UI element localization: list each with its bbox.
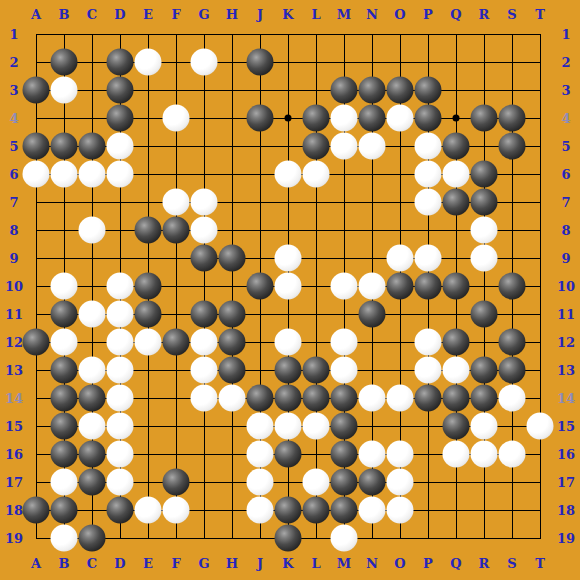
stone-black-C16 bbox=[79, 441, 106, 468]
stone-black-B11 bbox=[51, 301, 78, 328]
stone-white-D5 bbox=[107, 133, 134, 160]
stone-black-K19 bbox=[275, 525, 302, 552]
stone-white-K6 bbox=[275, 161, 302, 188]
stone-white-C8 bbox=[79, 217, 106, 244]
stone-white-R8 bbox=[471, 217, 498, 244]
stone-white-L17 bbox=[303, 469, 330, 496]
stone-black-C5 bbox=[79, 133, 106, 160]
stone-white-R16 bbox=[471, 441, 498, 468]
stone-white-E12 bbox=[135, 329, 162, 356]
stone-black-Q12 bbox=[443, 329, 470, 356]
stone-black-E10 bbox=[135, 273, 162, 300]
stone-black-Q7 bbox=[443, 189, 470, 216]
stone-white-F18 bbox=[163, 497, 190, 524]
stone-white-E2 bbox=[135, 49, 162, 76]
stone-black-B14 bbox=[51, 385, 78, 412]
stone-white-J15 bbox=[247, 413, 274, 440]
stone-white-O9 bbox=[387, 245, 414, 272]
stone-black-N3 bbox=[359, 77, 386, 104]
stone-black-S13 bbox=[499, 357, 526, 384]
stone-black-A18 bbox=[23, 497, 50, 524]
stone-white-F7 bbox=[163, 189, 190, 216]
stone-black-O10 bbox=[387, 273, 414, 300]
stone-black-M17 bbox=[331, 469, 358, 496]
stone-white-G2 bbox=[191, 49, 218, 76]
stone-black-N11 bbox=[359, 301, 386, 328]
stones-layer bbox=[0, 0, 580, 580]
stone-black-B5 bbox=[51, 133, 78, 160]
stone-black-J4 bbox=[247, 105, 274, 132]
stone-white-L15 bbox=[303, 413, 330, 440]
stone-black-B13 bbox=[51, 357, 78, 384]
stone-white-D11 bbox=[107, 301, 134, 328]
stone-white-D15 bbox=[107, 413, 134, 440]
stone-white-D12 bbox=[107, 329, 134, 356]
stone-white-M5 bbox=[331, 133, 358, 160]
stone-white-D13 bbox=[107, 357, 134, 384]
stone-black-N17 bbox=[359, 469, 386, 496]
stone-white-G7 bbox=[191, 189, 218, 216]
stone-black-Q15 bbox=[443, 413, 470, 440]
stone-black-A3 bbox=[23, 77, 50, 104]
stone-white-G8 bbox=[191, 217, 218, 244]
stone-black-M18 bbox=[331, 497, 358, 524]
stone-white-M13 bbox=[331, 357, 358, 384]
stone-white-D16 bbox=[107, 441, 134, 468]
stone-white-S14 bbox=[499, 385, 526, 412]
stone-white-N18 bbox=[359, 497, 386, 524]
stone-black-J14 bbox=[247, 385, 274, 412]
stone-white-K9 bbox=[275, 245, 302, 272]
stone-black-F12 bbox=[163, 329, 190, 356]
stone-white-K10 bbox=[275, 273, 302, 300]
stone-black-G9 bbox=[191, 245, 218, 272]
stone-white-D14 bbox=[107, 385, 134, 412]
stone-black-P10 bbox=[415, 273, 442, 300]
stone-black-R4 bbox=[471, 105, 498, 132]
stone-white-K12 bbox=[275, 329, 302, 356]
stone-black-S12 bbox=[499, 329, 526, 356]
stone-black-K16 bbox=[275, 441, 302, 468]
stone-white-L6 bbox=[303, 161, 330, 188]
stone-black-N4 bbox=[359, 105, 386, 132]
stone-black-P4 bbox=[415, 105, 442, 132]
stone-white-E18 bbox=[135, 497, 162, 524]
stone-white-A6 bbox=[23, 161, 50, 188]
stone-black-L14 bbox=[303, 385, 330, 412]
stone-black-R6 bbox=[471, 161, 498, 188]
stone-white-R9 bbox=[471, 245, 498, 272]
stone-white-K15 bbox=[275, 413, 302, 440]
stone-black-P3 bbox=[415, 77, 442, 104]
stone-black-R13 bbox=[471, 357, 498, 384]
stone-white-O17 bbox=[387, 469, 414, 496]
stone-black-L5 bbox=[303, 133, 330, 160]
stone-black-H9 bbox=[219, 245, 246, 272]
stone-black-F8 bbox=[163, 217, 190, 244]
stone-black-J2 bbox=[247, 49, 274, 76]
stone-white-D17 bbox=[107, 469, 134, 496]
stone-white-B19 bbox=[51, 525, 78, 552]
stone-white-B10 bbox=[51, 273, 78, 300]
stone-white-O18 bbox=[387, 497, 414, 524]
stone-black-C17 bbox=[79, 469, 106, 496]
stone-black-Q10 bbox=[443, 273, 470, 300]
stone-black-H12 bbox=[219, 329, 246, 356]
stone-black-H11 bbox=[219, 301, 246, 328]
stone-black-R7 bbox=[471, 189, 498, 216]
stone-white-G14 bbox=[191, 385, 218, 412]
stone-white-N14 bbox=[359, 385, 386, 412]
stone-white-C13 bbox=[79, 357, 106, 384]
stone-white-C6 bbox=[79, 161, 106, 188]
stone-white-B17 bbox=[51, 469, 78, 496]
stone-black-A5 bbox=[23, 133, 50, 160]
stone-black-G11 bbox=[191, 301, 218, 328]
stone-black-M16 bbox=[331, 441, 358, 468]
stone-black-M3 bbox=[331, 77, 358, 104]
stone-black-Q14 bbox=[443, 385, 470, 412]
stone-white-B12 bbox=[51, 329, 78, 356]
stone-black-L4 bbox=[303, 105, 330, 132]
go-board[interactable]: AABBCCDDEEFFGGHHJJKKLLMMNNOOPPQQRRSSTT11… bbox=[0, 0, 580, 580]
stone-black-M15 bbox=[331, 413, 358, 440]
stone-black-F17 bbox=[163, 469, 190, 496]
stone-white-P7 bbox=[415, 189, 442, 216]
stone-black-E8 bbox=[135, 217, 162, 244]
stone-white-T15 bbox=[527, 413, 554, 440]
stone-black-O3 bbox=[387, 77, 414, 104]
stone-white-M10 bbox=[331, 273, 358, 300]
stone-white-O16 bbox=[387, 441, 414, 468]
stone-white-N5 bbox=[359, 133, 386, 160]
stone-white-G12 bbox=[191, 329, 218, 356]
stone-black-S10 bbox=[499, 273, 526, 300]
stone-black-A12 bbox=[23, 329, 50, 356]
stone-white-P12 bbox=[415, 329, 442, 356]
stone-white-N10 bbox=[359, 273, 386, 300]
stone-white-P13 bbox=[415, 357, 442, 384]
stone-black-K13 bbox=[275, 357, 302, 384]
stone-black-H13 bbox=[219, 357, 246, 384]
stone-black-S4 bbox=[499, 105, 526, 132]
stone-black-B15 bbox=[51, 413, 78, 440]
stone-black-P14 bbox=[415, 385, 442, 412]
stone-black-D18 bbox=[107, 497, 134, 524]
stone-white-G13 bbox=[191, 357, 218, 384]
stone-white-B6 bbox=[51, 161, 78, 188]
stone-white-Q6 bbox=[443, 161, 470, 188]
stone-black-Q5 bbox=[443, 133, 470, 160]
stone-white-O14 bbox=[387, 385, 414, 412]
stone-black-S5 bbox=[499, 133, 526, 160]
stone-white-J18 bbox=[247, 497, 274, 524]
stone-white-J17 bbox=[247, 469, 274, 496]
stone-white-M12 bbox=[331, 329, 358, 356]
stone-white-D10 bbox=[107, 273, 134, 300]
stone-black-B16 bbox=[51, 441, 78, 468]
stone-white-C15 bbox=[79, 413, 106, 440]
stone-black-R14 bbox=[471, 385, 498, 412]
stone-black-D2 bbox=[107, 49, 134, 76]
stone-black-R11 bbox=[471, 301, 498, 328]
stone-white-P9 bbox=[415, 245, 442, 272]
stone-white-S16 bbox=[499, 441, 526, 468]
stone-black-K14 bbox=[275, 385, 302, 412]
stone-black-E11 bbox=[135, 301, 162, 328]
stone-white-P6 bbox=[415, 161, 442, 188]
stone-white-H14 bbox=[219, 385, 246, 412]
stone-white-N16 bbox=[359, 441, 386, 468]
stone-black-D4 bbox=[107, 105, 134, 132]
stone-white-D6 bbox=[107, 161, 134, 188]
stone-black-C19 bbox=[79, 525, 106, 552]
stone-black-C14 bbox=[79, 385, 106, 412]
stone-white-O4 bbox=[387, 105, 414, 132]
stone-white-C11 bbox=[79, 301, 106, 328]
stone-black-L13 bbox=[303, 357, 330, 384]
stone-black-B18 bbox=[51, 497, 78, 524]
stone-white-Q16 bbox=[443, 441, 470, 468]
stone-white-M19 bbox=[331, 525, 358, 552]
stone-black-L18 bbox=[303, 497, 330, 524]
stone-black-J10 bbox=[247, 273, 274, 300]
stone-black-K18 bbox=[275, 497, 302, 524]
stone-black-B2 bbox=[51, 49, 78, 76]
stone-white-J16 bbox=[247, 441, 274, 468]
stone-black-M14 bbox=[331, 385, 358, 412]
stone-white-P5 bbox=[415, 133, 442, 160]
stone-white-Q13 bbox=[443, 357, 470, 384]
stone-white-B3 bbox=[51, 77, 78, 104]
stone-white-M4 bbox=[331, 105, 358, 132]
stone-white-F4 bbox=[163, 105, 190, 132]
stone-black-D3 bbox=[107, 77, 134, 104]
stone-white-R15 bbox=[471, 413, 498, 440]
